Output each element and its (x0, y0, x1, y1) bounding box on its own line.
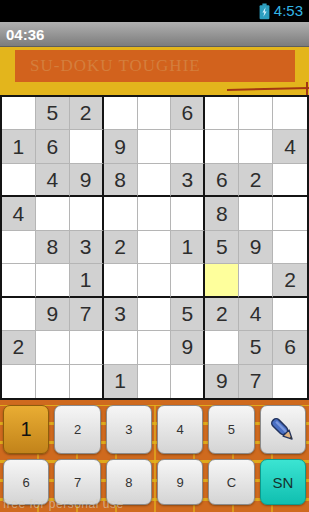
cell-r5c2[interactable]: 8 (36, 231, 70, 264)
cell-r4c5[interactable] (138, 197, 172, 230)
cell-r7c2[interactable]: 9 (36, 298, 70, 331)
key-3[interactable]: 3 (106, 405, 152, 454)
cell-r4c2[interactable] (36, 197, 70, 230)
cell-r8c2[interactable] (36, 331, 70, 364)
cell-r4c1[interactable]: 4 (2, 197, 36, 230)
cell-r3c3[interactable]: 9 (70, 164, 104, 197)
cell-r4c9[interactable] (273, 197, 307, 230)
ad-decoration-line-vertical (306, 82, 308, 95)
cell-r9c1[interactable] (2, 365, 36, 398)
cell-r9c9[interactable] (273, 365, 307, 398)
cell-r2c1[interactable]: 1 (2, 130, 36, 163)
ad-title: SU-DOKU TOUGHIE (30, 56, 201, 76)
cell-r6c1[interactable] (2, 264, 36, 297)
key-4[interactable]: 4 (157, 405, 203, 454)
cell-r5c3[interactable]: 3 (70, 231, 104, 264)
cell-r5c9[interactable] (273, 231, 307, 264)
cell-r3c6[interactable]: 3 (171, 164, 205, 197)
cell-r1c7[interactable] (205, 97, 239, 130)
cell-r2c6[interactable] (171, 130, 205, 163)
cell-r6c8[interactable] (239, 264, 273, 297)
cell-r1c3[interactable]: 2 (70, 97, 104, 130)
cell-r3c1[interactable] (2, 164, 36, 197)
cell-r9c4[interactable]: 1 (104, 365, 138, 398)
pencil-mode-button[interactable] (260, 405, 306, 454)
cell-r7c6[interactable]: 5 (171, 298, 205, 331)
cell-r2c7[interactable] (205, 130, 239, 163)
pencil-icon (267, 414, 299, 446)
key-2[interactable]: 2 (54, 405, 100, 454)
cell-r3c4[interactable]: 8 (104, 164, 138, 197)
cell-r8c6[interactable]: 9 (171, 331, 205, 364)
cell-r6c2[interactable] (36, 264, 70, 297)
keypad-row-1: 12345 (0, 405, 309, 454)
cell-r6c5[interactable] (138, 264, 172, 297)
cell-r8c4[interactable] (104, 331, 138, 364)
timer-bar: 04:36 (0, 22, 309, 47)
cell-r8c3[interactable] (70, 331, 104, 364)
status-clock: 4:53 (274, 0, 303, 22)
cell-r5c7[interactable]: 5 (205, 231, 239, 264)
key-6[interactable]: 6 (3, 459, 49, 505)
key-5[interactable]: 5 (208, 405, 254, 454)
keypad-row-2: 6789CSN (0, 459, 309, 505)
cell-r9c6[interactable] (171, 365, 205, 398)
ad-content[interactable]: SU-DOKU TOUGHIE (15, 50, 295, 82)
cell-r2c4[interactable]: 9 (104, 130, 138, 163)
cell-r8c5[interactable] (138, 331, 172, 364)
cell-r3c9[interactable] (273, 164, 307, 197)
cell-r8c8[interactable]: 5 (239, 331, 273, 364)
game-timer: 04:36 (6, 26, 44, 43)
key-8[interactable]: 8 (106, 459, 152, 505)
status-bar: 4:53 (0, 0, 309, 22)
cell-r8c7[interactable] (205, 331, 239, 364)
cell-r3c5[interactable] (138, 164, 172, 197)
cell-r9c7[interactable]: 9 (205, 365, 239, 398)
key-C[interactable]: C (208, 459, 254, 505)
sudoku-board: 526169449836248832159129735242956197 (0, 95, 309, 400)
cell-r7c1[interactable] (2, 298, 36, 331)
cell-r2c8[interactable] (239, 130, 273, 163)
cell-r2c9[interactable]: 4 (273, 130, 307, 163)
cell-r3c2[interactable]: 4 (36, 164, 70, 197)
cell-r7c5[interactable] (138, 298, 172, 331)
cell-r1c9[interactable] (273, 97, 307, 130)
cell-r4c8[interactable] (239, 197, 273, 230)
ad-banner[interactable]: SU-DOKU TOUGHIE (0, 47, 309, 95)
cell-r8c9[interactable]: 6 (273, 331, 307, 364)
cell-r1c1[interactable] (2, 97, 36, 130)
cell-r4c4[interactable] (104, 197, 138, 230)
cell-r5c8[interactable]: 9 (239, 231, 273, 264)
cell-r7c7[interactable]: 2 (205, 298, 239, 331)
cell-r6c3[interactable]: 1 (70, 264, 104, 297)
cell-r1c2[interactable]: 5 (36, 97, 70, 130)
keypad: 12345 6789CSN free for personal use (0, 405, 309, 512)
ad-decoration-line (227, 87, 309, 91)
cell-r8c1[interactable]: 2 (2, 331, 36, 364)
cell-r7c8[interactable]: 4 (239, 298, 273, 331)
cell-r6c4[interactable] (104, 264, 138, 297)
sn-button[interactable]: SN (260, 459, 306, 505)
cell-r9c3[interactable] (70, 365, 104, 398)
cell-r1c6[interactable]: 6 (171, 97, 205, 130)
cell-r1c5[interactable] (138, 97, 172, 130)
cell-r4c6[interactable] (171, 197, 205, 230)
cell-r7c3[interactable]: 7 (70, 298, 104, 331)
cell-r9c2[interactable] (36, 365, 70, 398)
cell-r9c8[interactable]: 7 (239, 365, 273, 398)
cell-r2c2[interactable]: 6 (36, 130, 70, 163)
cell-r2c3[interactable] (70, 130, 104, 163)
cell-r2c5[interactable] (138, 130, 172, 163)
key-9[interactable]: 9 (157, 459, 203, 505)
cell-r3c7[interactable]: 6 (205, 164, 239, 197)
cell-r9c5[interactable] (138, 365, 172, 398)
cell-r6c7[interactable] (205, 264, 239, 297)
cell-r1c4[interactable] (104, 97, 138, 130)
cell-r7c9[interactable] (273, 298, 307, 331)
cell-r7c4[interactable]: 3 (104, 298, 138, 331)
cell-r1c8[interactable] (239, 97, 273, 130)
cell-r5c4[interactable]: 2 (104, 231, 138, 264)
cell-r5c6[interactable]: 1 (171, 231, 205, 264)
cell-r6c9[interactable]: 2 (273, 264, 307, 297)
cell-r5c5[interactable] (138, 231, 172, 264)
cell-r4c7[interactable]: 8 (205, 197, 239, 230)
key-1[interactable]: 1 (3, 405, 49, 454)
cell-r4c3[interactable] (70, 197, 104, 230)
cell-r6c6[interactable] (171, 264, 205, 297)
battery-charging-icon (259, 3, 270, 20)
key-7[interactable]: 7 (54, 459, 100, 505)
app-screen: 4:53 04:36 SU-DOKU TOUGHIE 5261694498362… (0, 0, 309, 512)
cell-r5c1[interactable] (2, 231, 36, 264)
cell-r3c8[interactable]: 2 (239, 164, 273, 197)
